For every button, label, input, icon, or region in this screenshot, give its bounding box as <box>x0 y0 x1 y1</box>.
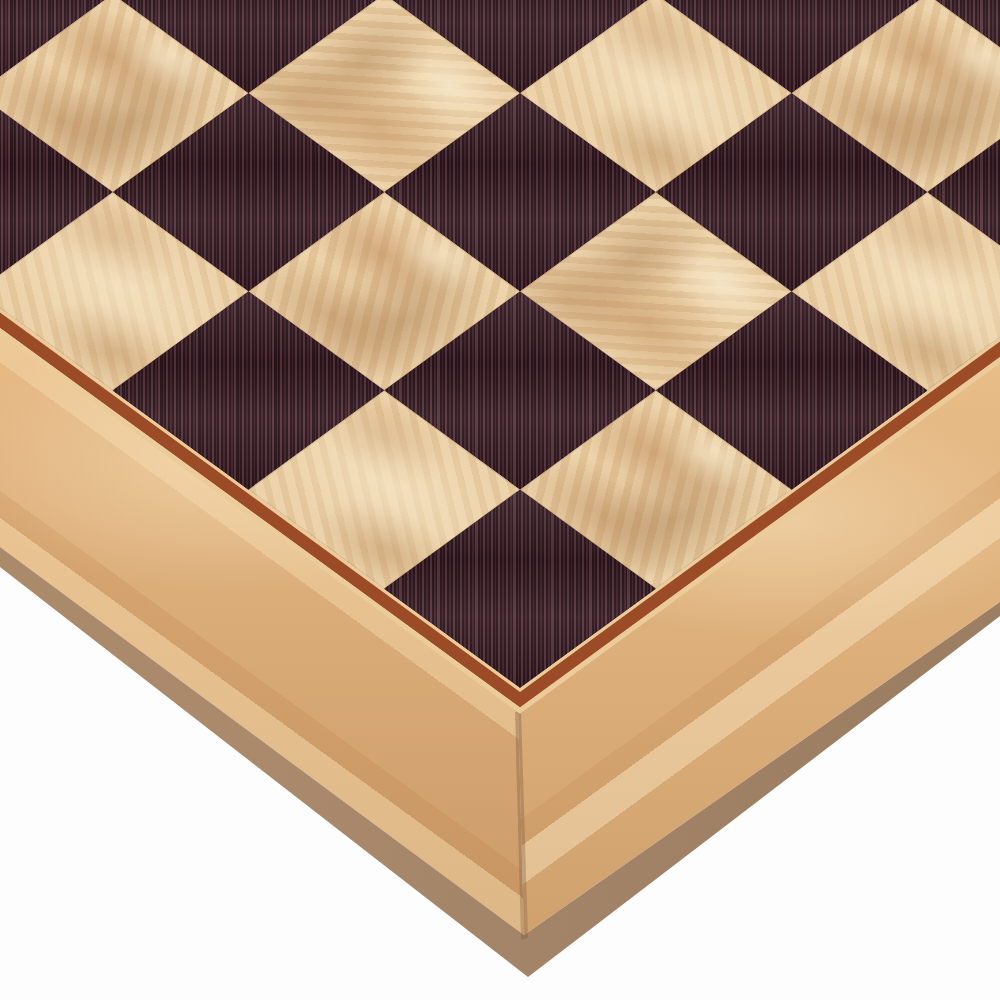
product-photo-scene <box>0 0 1000 1000</box>
